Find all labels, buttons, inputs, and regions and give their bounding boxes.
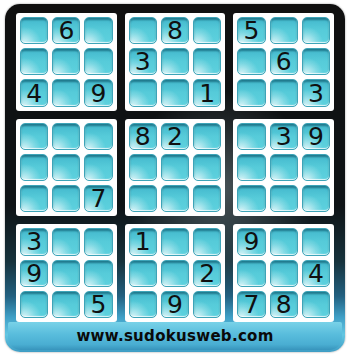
- sudoku-cell-r3c7[interactable]: [237, 79, 265, 106]
- sudoku-widget: 649831563782393951299478 www.sudokusweb.…: [0, 0, 350, 360]
- sudoku-cell-r2c9[interactable]: [302, 48, 330, 75]
- sudoku-cell-r4c2[interactable]: [52, 123, 80, 150]
- sudoku-cell-r2c4[interactable]: 3: [129, 48, 157, 75]
- sudoku-cell-r4c7[interactable]: [237, 123, 265, 150]
- sudoku-cell-r3c5[interactable]: [161, 79, 189, 106]
- sudoku-cell-r6c8[interactable]: [270, 185, 298, 212]
- sudoku-box-2: 831: [125, 13, 226, 111]
- sudoku-cell-r4c8[interactable]: 3: [270, 123, 298, 150]
- sudoku-cell-r3c8[interactable]: [270, 79, 298, 106]
- sudoku-cell-r8c3[interactable]: [84, 260, 112, 287]
- sudoku-cell-r3c4[interactable]: [129, 79, 157, 106]
- sudoku-cell-r1c9[interactable]: [302, 17, 330, 44]
- sudoku-cell-r9c8[interactable]: 8: [270, 291, 298, 318]
- sudoku-cell-r1c3[interactable]: [84, 17, 112, 44]
- sudoku-cell-r9c5[interactable]: 9: [161, 291, 189, 318]
- sudoku-cell-r6c9[interactable]: [302, 185, 330, 212]
- sudoku-cell-r6c1[interactable]: [20, 185, 48, 212]
- sudoku-cell-r6c2[interactable]: [52, 185, 80, 212]
- sudoku-cell-r2c7[interactable]: [237, 48, 265, 75]
- sudoku-cell-r5c6[interactable]: [193, 154, 221, 181]
- sudoku-cell-r7c7[interactable]: 9: [237, 228, 265, 255]
- sudoku-cell-r3c2[interactable]: [52, 79, 80, 106]
- sudoku-cell-r1c1[interactable]: [20, 17, 48, 44]
- sudoku-cell-r8c6[interactable]: 2: [193, 260, 221, 287]
- sudoku-cell-r7c8[interactable]: [270, 228, 298, 255]
- sudoku-cell-r1c4[interactable]: [129, 17, 157, 44]
- sudoku-box-1: 649: [16, 13, 117, 111]
- sudoku-cell-r2c1[interactable]: [20, 48, 48, 75]
- sudoku-cell-r5c7[interactable]: [237, 154, 265, 181]
- sudoku-cell-r7c4[interactable]: 1: [129, 228, 157, 255]
- sudoku-cell-r7c3[interactable]: [84, 228, 112, 255]
- sudoku-cell-r3c1[interactable]: 4: [20, 79, 48, 106]
- sudoku-cell-r6c3[interactable]: 7: [84, 185, 112, 212]
- sudoku-cell-r4c1[interactable]: [20, 123, 48, 150]
- sudoku-cell-r8c9[interactable]: 4: [302, 260, 330, 287]
- sudoku-cell-r5c4[interactable]: [129, 154, 157, 181]
- sudoku-cell-r5c9[interactable]: [302, 154, 330, 181]
- sudoku-box-3: 563: [233, 13, 334, 111]
- sudoku-cell-r2c2[interactable]: [52, 48, 80, 75]
- sudoku-cell-r1c5[interactable]: 8: [161, 17, 189, 44]
- sudoku-cell-r7c5[interactable]: [161, 228, 189, 255]
- sudoku-cell-r3c3[interactable]: 9: [84, 79, 112, 106]
- footer-bar: www.sudokusweb.com: [8, 322, 342, 350]
- sudoku-cell-r6c7[interactable]: [237, 185, 265, 212]
- sudoku-cell-r1c7[interactable]: 5: [237, 17, 265, 44]
- sudoku-cell-r7c6[interactable]: [193, 228, 221, 255]
- website-url-label: www.sudokusweb.com: [76, 327, 273, 345]
- sudoku-cell-r6c6[interactable]: [193, 185, 221, 212]
- sudoku-cell-r5c3[interactable]: [84, 154, 112, 181]
- sudoku-box-4: 7: [16, 119, 117, 217]
- sudoku-cell-r5c1[interactable]: [20, 154, 48, 181]
- sudoku-cell-r7c9[interactable]: [302, 228, 330, 255]
- sudoku-cell-r4c5[interactable]: 2: [161, 123, 189, 150]
- sudoku-cell-r3c6[interactable]: 1: [193, 79, 221, 106]
- sudoku-cell-r6c4[interactable]: [129, 185, 157, 212]
- sudoku-box-8: 129: [125, 224, 226, 322]
- board-frame: 649831563782393951299478 www.sudokusweb.…: [5, 4, 345, 352]
- sudoku-cell-r9c3[interactable]: 5: [84, 291, 112, 318]
- sudoku-box-9: 9478: [233, 224, 334, 322]
- sudoku-cell-r9c9[interactable]: [302, 291, 330, 318]
- sudoku-cell-r9c2[interactable]: [52, 291, 80, 318]
- sudoku-box-6: 39: [233, 119, 334, 217]
- sudoku-cell-r5c2[interactable]: [52, 154, 80, 181]
- sudoku-cell-r9c6[interactable]: [193, 291, 221, 318]
- sudoku-cell-r8c2[interactable]: [52, 260, 80, 287]
- sudoku-cell-r2c8[interactable]: 6: [270, 48, 298, 75]
- sudoku-cell-r8c8[interactable]: [270, 260, 298, 287]
- sudoku-box-5: 82: [125, 119, 226, 217]
- sudoku-cell-r1c2[interactable]: 6: [52, 17, 80, 44]
- sudoku-cell-r3c9[interactable]: 3: [302, 79, 330, 106]
- sudoku-cell-r4c9[interactable]: 9: [302, 123, 330, 150]
- sudoku-cell-r1c8[interactable]: [270, 17, 298, 44]
- sudoku-cell-r9c1[interactable]: [20, 291, 48, 318]
- sudoku-cell-r5c8[interactable]: [270, 154, 298, 181]
- sudoku-cell-r8c4[interactable]: [129, 260, 157, 287]
- sudoku-cell-r7c1[interactable]: 3: [20, 228, 48, 255]
- sudoku-cell-r7c2[interactable]: [52, 228, 80, 255]
- sudoku-box-7: 395: [16, 224, 117, 322]
- sudoku-cell-r9c4[interactable]: [129, 291, 157, 318]
- sudoku-cell-r5c5[interactable]: [161, 154, 189, 181]
- sudoku-cell-r4c3[interactable]: [84, 123, 112, 150]
- sudoku-cell-r4c6[interactable]: [193, 123, 221, 150]
- sudoku-cell-r4c4[interactable]: 8: [129, 123, 157, 150]
- sudoku-cell-r1c6[interactable]: [193, 17, 221, 44]
- sudoku-cell-r8c5[interactable]: [161, 260, 189, 287]
- sudoku-cell-r6c5[interactable]: [161, 185, 189, 212]
- sudoku-board: 649831563782393951299478: [16, 13, 334, 322]
- sudoku-cell-r8c7[interactable]: [237, 260, 265, 287]
- sudoku-cell-r8c1[interactable]: 9: [20, 260, 48, 287]
- sudoku-cell-r9c7[interactable]: 7: [237, 291, 265, 318]
- sudoku-cell-r2c5[interactable]: [161, 48, 189, 75]
- sudoku-cell-r2c6[interactable]: [193, 48, 221, 75]
- sudoku-cell-r2c3[interactable]: [84, 48, 112, 75]
